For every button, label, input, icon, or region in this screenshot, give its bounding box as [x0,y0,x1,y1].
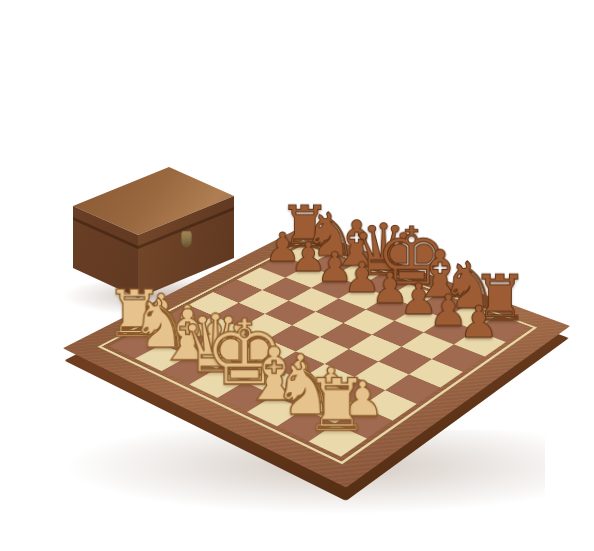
product-photo-stage: ♜♞♝♛♚♝♞♜♟♟♟♟♟♟♟♟♟♟♟♟♟♟♟♟♜♞♝♛♚♝♞♜ [0,0,594,551]
board-grid: ♜♞♝♛♚♝♞♜♟♟♟♟♟♟♟♟♟♟♟♟♟♟♟♟♜♞♝♛♚♝♞♜ [109,245,526,457]
chess-board[interactable]: ♜♞♝♛♚♝♞♜♟♟♟♟♟♟♟♟♟♟♟♟♟♟♟♟♜♞♝♛♚♝♞♜ [63,227,570,487]
square-h1[interactable]: ♜ [308,424,367,457]
piece-black-pawn[interactable]: ♟ [458,300,498,344]
square-f5[interactable] [349,335,402,362]
piece-white-rook[interactable]: ♜ [303,369,368,441]
board-scene: ♜♞♝♛♚♝♞♜♟♟♟♟♟♟♟♟♟♟♟♟♟♟♟♟♜♞♝♛♚♝♞♜ [0,0,594,551]
board-inlay-line: ♜♞♝♛♚♝♞♜♟♟♟♟♟♟♟♟♟♟♟♟♟♟♟♟♜♞♝♛♚♝♞♜ [98,240,538,464]
square-h7[interactable]: ♟ [454,330,506,357]
